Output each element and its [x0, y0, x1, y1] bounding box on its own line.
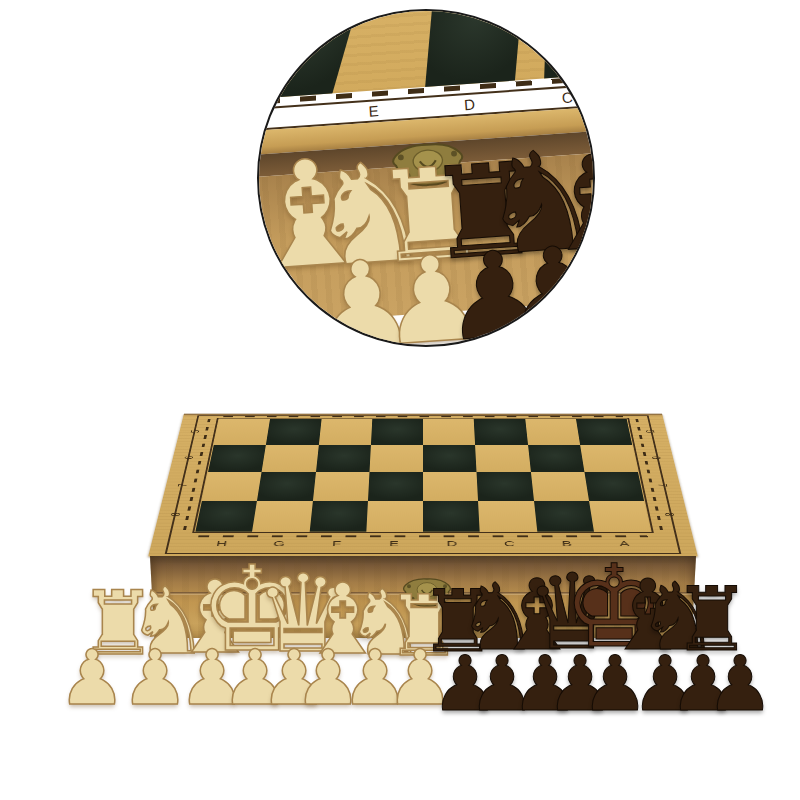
product-photo: FEDC ♝♞♜♜♞♝♟♟♟♟♟ HGFEDCBA: [0, 0, 800, 800]
pieces-row: ♜♞♝♚♛♝♞♜♜♞♝♛♚♝♞♜♟♟♟♟♟♟♟♟♟♟♟♟♟♟♟♟: [0, 0, 800, 800]
dark-pawn: ♟: [706, 646, 774, 722]
light-pawn: ♟: [58, 640, 126, 716]
